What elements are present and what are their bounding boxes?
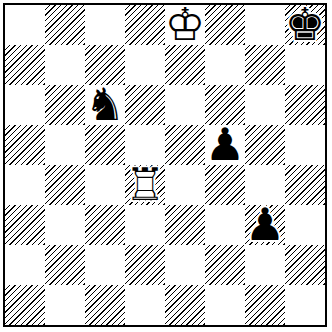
square-a2[interactable] bbox=[5, 245, 45, 285]
square-c6[interactable]: ♞ bbox=[85, 85, 125, 125]
square-h3[interactable] bbox=[285, 205, 325, 245]
square-c1[interactable] bbox=[85, 285, 125, 325]
square-g2[interactable] bbox=[245, 245, 285, 285]
square-h7[interactable] bbox=[285, 45, 325, 85]
square-h8[interactable]: ♚ bbox=[285, 5, 325, 45]
square-b5[interactable] bbox=[45, 125, 85, 165]
square-b4[interactable] bbox=[45, 165, 85, 205]
square-c5[interactable] bbox=[85, 125, 125, 165]
square-c3[interactable] bbox=[85, 205, 125, 245]
square-e8[interactable]: ♚♔ bbox=[165, 5, 205, 45]
white-rook[interactable]: ♜♖ bbox=[125, 165, 165, 205]
square-c8[interactable] bbox=[85, 5, 125, 45]
square-e7[interactable] bbox=[165, 45, 205, 85]
square-d1[interactable] bbox=[125, 285, 165, 325]
black-knight-glyph: ♞ bbox=[85, 85, 125, 125]
square-d6[interactable] bbox=[125, 85, 165, 125]
square-a7[interactable] bbox=[5, 45, 45, 85]
square-a5[interactable] bbox=[5, 125, 45, 165]
square-g1[interactable] bbox=[245, 285, 285, 325]
chess-board: ♚♔♚♞♟♜♖♟ bbox=[3, 3, 327, 327]
square-f2[interactable] bbox=[205, 245, 245, 285]
square-g6[interactable] bbox=[245, 85, 285, 125]
black-pawn-f5[interactable]: ♟ bbox=[205, 125, 245, 165]
square-f1[interactable] bbox=[205, 285, 245, 325]
square-e5[interactable] bbox=[165, 125, 205, 165]
black-pawn-g3-glyph: ♟ bbox=[245, 205, 285, 245]
square-f3[interactable] bbox=[205, 205, 245, 245]
square-b3[interactable] bbox=[45, 205, 85, 245]
square-b6[interactable] bbox=[45, 85, 85, 125]
square-b1[interactable] bbox=[45, 285, 85, 325]
black-king[interactable]: ♚ bbox=[285, 5, 325, 45]
white-king[interactable]: ♚♔ bbox=[165, 5, 205, 45]
square-e6[interactable] bbox=[165, 85, 205, 125]
square-a6[interactable] bbox=[5, 85, 45, 125]
square-h5[interactable] bbox=[285, 125, 325, 165]
square-h6[interactable] bbox=[285, 85, 325, 125]
square-e4[interactable] bbox=[165, 165, 205, 205]
square-a1[interactable] bbox=[5, 285, 45, 325]
square-b8[interactable] bbox=[45, 5, 85, 45]
white-king-outline-glyph: ♔ bbox=[165, 5, 205, 45]
square-b7[interactable] bbox=[45, 45, 85, 85]
black-pawn-f5-glyph: ♟ bbox=[205, 125, 245, 165]
square-a8[interactable] bbox=[5, 5, 45, 45]
chess-diagram: ♚♔♚♞♟♜♖♟ bbox=[0, 0, 332, 332]
square-e3[interactable] bbox=[165, 205, 205, 245]
square-g8[interactable] bbox=[245, 5, 285, 45]
square-d2[interactable] bbox=[125, 245, 165, 285]
square-e2[interactable] bbox=[165, 245, 205, 285]
square-h4[interactable] bbox=[285, 165, 325, 205]
square-b2[interactable] bbox=[45, 245, 85, 285]
square-g3[interactable]: ♟ bbox=[245, 205, 285, 245]
square-c2[interactable] bbox=[85, 245, 125, 285]
square-f4[interactable] bbox=[205, 165, 245, 205]
black-king-glyph: ♚ bbox=[285, 5, 325, 45]
square-h1[interactable] bbox=[285, 285, 325, 325]
square-c4[interactable] bbox=[85, 165, 125, 205]
square-d7[interactable] bbox=[125, 45, 165, 85]
square-f7[interactable] bbox=[205, 45, 245, 85]
square-d3[interactable] bbox=[125, 205, 165, 245]
black-knight[interactable]: ♞ bbox=[85, 85, 125, 125]
square-d4[interactable]: ♜♖ bbox=[125, 165, 165, 205]
square-a3[interactable] bbox=[5, 205, 45, 245]
square-a4[interactable] bbox=[5, 165, 45, 205]
square-d8[interactable] bbox=[125, 5, 165, 45]
square-e1[interactable] bbox=[165, 285, 205, 325]
square-f5[interactable]: ♟ bbox=[205, 125, 245, 165]
square-h2[interactable] bbox=[285, 245, 325, 285]
square-f8[interactable] bbox=[205, 5, 245, 45]
black-pawn-g3[interactable]: ♟ bbox=[245, 205, 285, 245]
square-g5[interactable] bbox=[245, 125, 285, 165]
white-rook-outline-glyph: ♖ bbox=[125, 165, 165, 205]
square-g7[interactable] bbox=[245, 45, 285, 85]
